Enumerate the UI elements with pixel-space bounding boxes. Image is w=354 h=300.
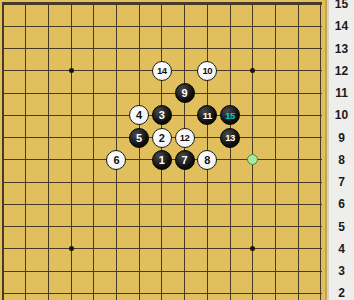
stone-white-10: 10 — [197, 61, 217, 81]
stone-white-6: 6 — [106, 150, 126, 170]
row-label-6: 6 — [329, 196, 354, 212]
stone-black-3: 3 — [152, 105, 172, 125]
stone-black-15: 15 — [220, 105, 240, 125]
row-label-5: 5 — [329, 219, 354, 235]
row-label-15: 15 — [329, 0, 354, 12]
go-board[interactable]: 123456789101112131415 — [0, 0, 327, 300]
stone-black-7: 7 — [175, 150, 195, 170]
stone-white-14: 14 — [152, 61, 172, 81]
row-label-13: 13 — [329, 41, 354, 57]
go-diagram: 123456789101112131415 151413121110987654… — [0, 0, 354, 300]
row-label-9: 9 — [329, 130, 354, 146]
stone-white-2: 2 — [152, 128, 172, 148]
row-label-4: 4 — [329, 241, 354, 257]
row-label-12: 12 — [329, 63, 354, 79]
row-label-3: 3 — [329, 263, 354, 279]
stone-black-1: 1 — [152, 150, 172, 170]
row-label-10: 10 — [329, 107, 354, 123]
row-label-11: 11 — [329, 85, 354, 101]
row-label-8: 8 — [329, 152, 354, 168]
stone-black-5: 5 — [129, 128, 149, 148]
stones-grid: 123456789101112131415 — [0, 0, 332, 300]
stone-black-13: 13 — [220, 128, 240, 148]
row-label-14: 14 — [329, 18, 354, 34]
stone-white-4: 4 — [129, 105, 149, 125]
marked-point-circle[interactable] — [247, 154, 258, 165]
coordinate-strip: 15141312111098765432 — [327, 0, 354, 300]
stone-black-11: 11 — [197, 105, 217, 125]
row-label-7: 7 — [329, 174, 354, 190]
row-label-2: 2 — [329, 285, 354, 300]
stone-white-8: 8 — [197, 150, 217, 170]
stone-black-9: 9 — [175, 83, 195, 103]
stone-white-12: 12 — [175, 128, 195, 148]
